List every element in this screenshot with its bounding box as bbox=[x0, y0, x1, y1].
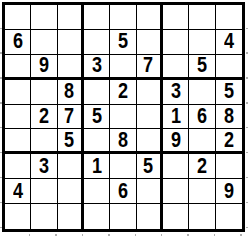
given-digit: 8 bbox=[64, 80, 74, 103]
given-digit: 5 bbox=[64, 129, 74, 151]
cell-r5c7: 1 bbox=[163, 105, 189, 130]
cell-r9c6[interactable] bbox=[137, 204, 163, 229]
cell-r6c8[interactable] bbox=[189, 129, 215, 154]
cell-r2c6[interactable] bbox=[137, 30, 163, 55]
given-digit: 6 bbox=[13, 30, 23, 53]
cell-r5c5[interactable] bbox=[110, 105, 136, 130]
given-digit: 2 bbox=[224, 129, 234, 151]
cell-r5c9: 8 bbox=[216, 105, 242, 130]
cell-r8c8[interactable] bbox=[189, 179, 215, 204]
cell-r8c2[interactable] bbox=[31, 179, 57, 204]
cell-r1c4[interactable] bbox=[84, 5, 110, 30]
cell-r9c1[interactable] bbox=[5, 204, 31, 229]
cell-r4c2[interactable] bbox=[31, 80, 57, 105]
cell-r8c4[interactable] bbox=[84, 179, 110, 204]
right-edge-ticks bbox=[246, 4, 248, 232]
cell-r6c5: 8 bbox=[110, 129, 136, 154]
cell-r7c7[interactable] bbox=[163, 154, 189, 179]
cell-r6c7: 9 bbox=[163, 129, 189, 154]
cell-r6c6[interactable] bbox=[137, 129, 163, 154]
given-digit: 5 bbox=[197, 55, 207, 77]
given-digit: 6 bbox=[197, 105, 207, 128]
given-digit: 1 bbox=[92, 155, 102, 178]
cell-r7c5[interactable] bbox=[110, 154, 136, 179]
cell-r6c1[interactable] bbox=[5, 129, 31, 154]
cell-r1c5[interactable] bbox=[110, 5, 136, 30]
given-digit: 1 bbox=[171, 105, 181, 128]
cell-r6c2[interactable] bbox=[31, 129, 57, 154]
cell-r2c4[interactable] bbox=[84, 30, 110, 55]
bottom-edge-ticks bbox=[4, 234, 247, 236]
cell-r7c1[interactable] bbox=[5, 154, 31, 179]
cell-r7c6: 5 bbox=[137, 154, 163, 179]
cell-r7c9[interactable] bbox=[216, 154, 242, 179]
given-digit: 3 bbox=[171, 80, 181, 103]
cell-r9c4[interactable] bbox=[84, 204, 110, 229]
cell-r5c3: 7 bbox=[58, 105, 84, 130]
cell-r8c3[interactable] bbox=[58, 179, 84, 204]
cell-r3c3[interactable] bbox=[58, 55, 84, 80]
cell-r2c9: 4 bbox=[216, 30, 242, 55]
cell-r1c6[interactable] bbox=[137, 5, 163, 30]
given-digit: 2 bbox=[197, 155, 207, 178]
cell-r5c1[interactable] bbox=[5, 105, 31, 130]
cell-r3c8: 5 bbox=[189, 55, 215, 80]
given-digit: 9 bbox=[39, 55, 49, 77]
cell-r3c1[interactable] bbox=[5, 55, 31, 80]
cell-r1c9[interactable] bbox=[216, 5, 242, 30]
cell-r4c3: 8 bbox=[58, 80, 84, 105]
cell-r1c1[interactable] bbox=[5, 5, 31, 30]
cell-r3c5[interactable] bbox=[110, 55, 136, 80]
given-digit: 7 bbox=[64, 105, 74, 128]
cell-r2c7[interactable] bbox=[163, 30, 189, 55]
cell-r8c5: 6 bbox=[110, 179, 136, 204]
cell-r8c1: 4 bbox=[5, 179, 31, 204]
cell-r9c3[interactable] bbox=[58, 204, 84, 229]
sudoku-puzzle-image: 6549375823527516858923152469 bbox=[0, 0, 250, 238]
sudoku-board: 6549375823527516858923152469 bbox=[2, 2, 245, 232]
given-digit: 3 bbox=[92, 55, 102, 77]
cell-r2c2[interactable] bbox=[31, 30, 57, 55]
given-digit: 7 bbox=[143, 55, 153, 77]
cell-r7c3[interactable] bbox=[58, 154, 84, 179]
cell-r1c8[interactable] bbox=[189, 5, 215, 30]
cell-r4c6[interactable] bbox=[137, 80, 163, 105]
cell-r9c7[interactable] bbox=[163, 204, 189, 229]
given-digit: 4 bbox=[13, 180, 23, 203]
cell-r2c1: 6 bbox=[5, 30, 31, 55]
cell-r2c8[interactable] bbox=[189, 30, 215, 55]
cell-r3c6: 7 bbox=[137, 55, 163, 80]
cell-r6c3: 5 bbox=[58, 129, 84, 154]
cell-r3c4: 3 bbox=[84, 55, 110, 80]
cell-r9c5[interactable] bbox=[110, 204, 136, 229]
given-digit: 5 bbox=[118, 30, 128, 53]
cell-r4c1[interactable] bbox=[5, 80, 31, 105]
cell-r7c2: 3 bbox=[31, 154, 57, 179]
cell-r8c6[interactable] bbox=[137, 179, 163, 204]
given-digit: 9 bbox=[224, 180, 234, 203]
given-digit: 4 bbox=[224, 30, 234, 53]
given-digit: 5 bbox=[143, 155, 153, 178]
given-digit: 3 bbox=[39, 155, 49, 178]
cell-r6c9: 2 bbox=[216, 129, 242, 154]
cell-r6c4[interactable] bbox=[84, 129, 110, 154]
cell-r7c8: 2 bbox=[189, 154, 215, 179]
given-digit: 9 bbox=[171, 129, 181, 151]
cell-r2c5: 5 bbox=[110, 30, 136, 55]
cell-r3c9[interactable] bbox=[216, 55, 242, 80]
cell-r3c7[interactable] bbox=[163, 55, 189, 80]
given-digit: 2 bbox=[118, 80, 128, 103]
given-digit: 8 bbox=[224, 105, 234, 128]
cell-r5c4: 5 bbox=[84, 105, 110, 130]
cell-r1c7[interactable] bbox=[163, 5, 189, 30]
cell-r8c7[interactable] bbox=[163, 179, 189, 204]
given-digit: 8 bbox=[118, 129, 128, 151]
cell-r9c2[interactable] bbox=[31, 204, 57, 229]
cell-r1c3[interactable] bbox=[58, 5, 84, 30]
given-digit: 5 bbox=[92, 105, 102, 128]
cell-r1c2[interactable] bbox=[31, 5, 57, 30]
given-digit: 2 bbox=[39, 105, 49, 128]
cell-r9c8[interactable] bbox=[189, 204, 215, 229]
cell-r2c3[interactable] bbox=[58, 30, 84, 55]
cell-r3c2: 9 bbox=[31, 55, 57, 80]
cell-r8c9: 9 bbox=[216, 179, 242, 204]
cell-r9c9[interactable] bbox=[216, 204, 242, 229]
given-digit: 5 bbox=[224, 80, 234, 103]
cell-r4c9: 5 bbox=[216, 80, 242, 105]
cell-r4c4[interactable] bbox=[84, 80, 110, 105]
cell-r5c6[interactable] bbox=[137, 105, 163, 130]
cell-r4c8[interactable] bbox=[189, 80, 215, 105]
cell-r5c2: 2 bbox=[31, 105, 57, 130]
cell-r7c4: 1 bbox=[84, 154, 110, 179]
given-digit: 6 bbox=[118, 180, 128, 203]
cell-r4c7: 3 bbox=[163, 80, 189, 105]
cell-r4c5: 2 bbox=[110, 80, 136, 105]
cell-r5c8: 6 bbox=[189, 105, 215, 130]
